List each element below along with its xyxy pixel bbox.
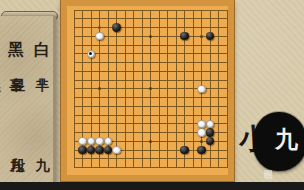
video-frame: 黑 辜梓豪 九段 白 芈昱廷 九段 小 九 围棋 bbox=[0, 0, 304, 190]
logo-main-char: 九 bbox=[275, 124, 298, 155]
grid-line-vertical bbox=[227, 10, 228, 168]
white-player-column: 白 芈昱廷 九段 bbox=[30, 42, 54, 58]
video-control-bar[interactable] bbox=[0, 182, 304, 190]
star-point bbox=[200, 35, 203, 38]
grid-line-horizontal bbox=[74, 106, 227, 107]
black-stone bbox=[206, 137, 214, 145]
grid-line-horizontal bbox=[74, 158, 227, 159]
white-player-name: 芈昱廷 bbox=[30, 67, 54, 70]
white-stone bbox=[95, 32, 103, 40]
black-stone bbox=[104, 146, 112, 154]
black-stone bbox=[180, 146, 188, 154]
white-stone bbox=[87, 50, 95, 58]
white-stone bbox=[78, 137, 86, 145]
grid-line-vertical bbox=[193, 10, 194, 168]
logo-sub-text: 围棋 bbox=[261, 163, 274, 165]
grid-line-vertical bbox=[167, 10, 168, 168]
black-stone bbox=[206, 32, 214, 40]
black-label: 黑 bbox=[4, 42, 28, 58]
star-point bbox=[98, 87, 101, 90]
white-stone bbox=[206, 120, 214, 128]
channel-logo-ink-circle: 九 围棋 bbox=[253, 112, 304, 171]
white-stone bbox=[104, 137, 112, 145]
star-point bbox=[149, 140, 152, 143]
star-point bbox=[149, 87, 152, 90]
white-stone bbox=[197, 85, 205, 93]
black-stone bbox=[78, 146, 86, 154]
grid-line-horizontal bbox=[74, 97, 227, 98]
white-player-rank: 九段 bbox=[30, 147, 54, 150]
black-stone bbox=[112, 23, 120, 31]
star-point bbox=[200, 140, 203, 143]
white-stone bbox=[95, 137, 103, 145]
grid-line-horizontal bbox=[74, 115, 227, 116]
last-move-marker bbox=[89, 52, 92, 55]
grid-line-vertical bbox=[218, 10, 219, 168]
black-stone bbox=[95, 146, 103, 154]
black-stone bbox=[87, 146, 95, 154]
white-label: 白 bbox=[30, 42, 54, 58]
go-board bbox=[61, 0, 234, 181]
white-stone bbox=[197, 120, 205, 128]
star-point bbox=[149, 35, 152, 38]
black-stone bbox=[197, 146, 205, 154]
white-stone bbox=[197, 128, 205, 136]
grid-line-vertical bbox=[159, 10, 160, 168]
white-stone bbox=[87, 137, 95, 145]
board-field bbox=[67, 6, 228, 175]
next-move-dot-marker bbox=[98, 26, 101, 29]
grid-line-vertical bbox=[176, 10, 177, 168]
black-stone bbox=[180, 32, 188, 40]
player-panel: 黑 辜梓豪 九段 白 芈昱廷 九段 bbox=[0, 16, 56, 190]
white-stone bbox=[112, 146, 120, 154]
black-player-column: 黑 辜梓豪 九段 bbox=[4, 42, 28, 58]
grid-line-horizontal bbox=[74, 167, 227, 168]
black-stone bbox=[206, 128, 214, 136]
